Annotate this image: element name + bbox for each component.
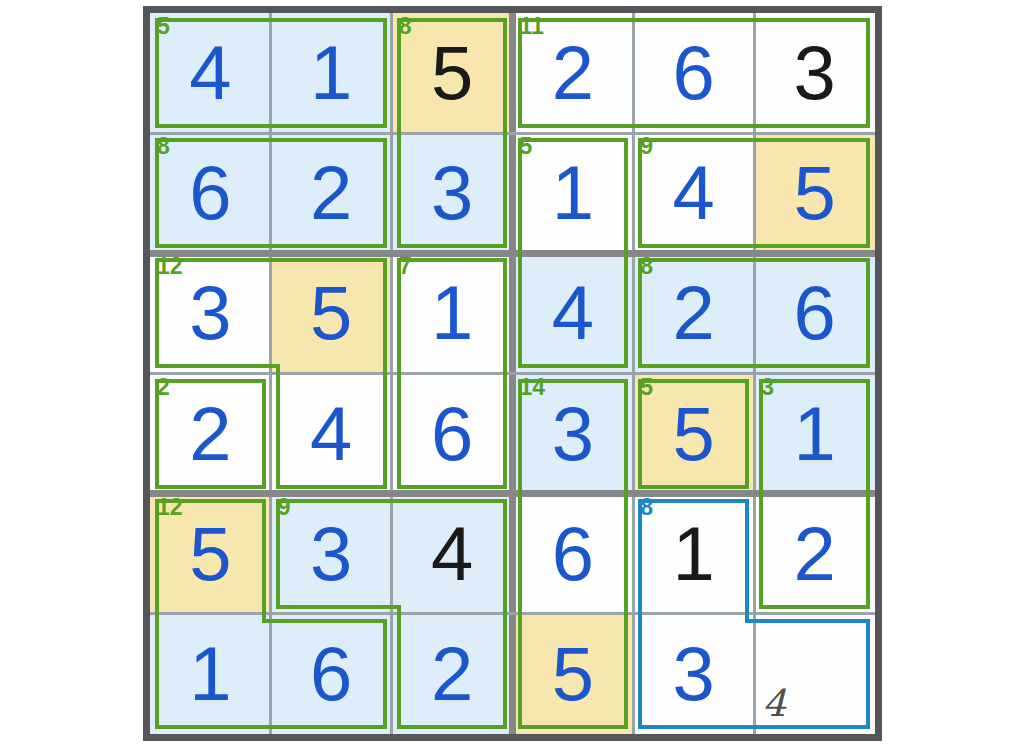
grid-line-horizontal [150,490,875,497]
cell-r2c4[interactable]: 15 [513,133,634,253]
cage-border-segment [624,485,628,623]
cell-r3c3[interactable]: 17 [392,253,513,373]
cage-sum-label: 9 [640,135,653,158]
entered-digit: 5 [271,253,392,373]
cell-r3c6[interactable]: 6 [754,253,875,373]
cell-r3c4[interactable]: 4 [513,253,634,373]
entered-digit: 6 [754,253,875,373]
cage-border-segment [383,18,387,128]
cage-border-segment [638,379,749,383]
cage-border-segment [518,605,522,729]
entered-digit: 2 [392,614,513,734]
cage-border-segment [745,138,870,142]
cage-border-segment [155,364,280,368]
cage-border-segment [397,725,508,729]
cage-border-segment [518,244,522,368]
grid-line-horizontal [150,132,875,135]
cage-border-segment [276,485,387,489]
cell-r6c2[interactable]: 6 [271,614,392,734]
cell-r4c4[interactable]: 314 [513,374,634,494]
cage-border-segment [503,365,507,489]
cage-border-segment [383,619,387,729]
cage-sum-label: 8 [640,496,653,519]
cage-border-segment [638,605,642,729]
cage-sum-label: 11 [520,15,544,38]
cage-border-segment [155,605,159,729]
cage-border-segment [397,605,401,729]
entered-digit: 1 [271,13,392,133]
cage-sum-label: 12 [157,496,183,519]
cage-border-segment [638,499,749,503]
cage-border-segment [503,605,507,729]
cage-border-segment [262,138,387,142]
entered-digit: 5 [754,133,875,253]
cell-r5c3[interactable]: 4 [392,494,513,614]
cage-border-segment [866,485,870,609]
cage-border-segment [397,244,508,248]
cage-border-segment [155,485,266,489]
cell-r1c2[interactable]: 1 [271,13,392,133]
cell-r2c3[interactable]: 3 [392,133,513,253]
entered-digit: 3 [633,614,754,734]
cage-border-segment [624,124,763,128]
entered-digit: 3 [392,133,513,253]
cage-border-segment [759,379,870,383]
cage-sum-label: 14 [520,376,546,399]
cage-border-segment [866,18,870,128]
cage-border-segment [518,364,629,368]
cage-border-segment [624,244,628,368]
cage-border-segment [518,138,629,142]
cage-border-segment [262,499,266,623]
cage-border-segment [624,605,628,729]
cell-r4c3[interactable]: 6 [392,374,513,494]
entered-digit: 4 [513,253,634,373]
cell-r3c5[interactable]: 28 [633,253,754,373]
cell-r4c2[interactable]: 4 [271,374,392,494]
cell-r5c1[interactable]: 512 [150,494,271,614]
cell-r5c5[interactable]: 18 [633,494,754,614]
cell-r2c1[interactable]: 68 [150,133,271,253]
cage-border-segment [383,365,387,489]
cage-border-segment [262,725,387,729]
cell-r4c1[interactable]: 22 [150,374,271,494]
cell-r4c6[interactable]: 13 [754,374,875,494]
cell-r3c2[interactable]: 5 [271,253,392,373]
cage-border-segment [262,379,266,489]
cell-r6c1[interactable]: 1 [150,614,271,734]
cage-border-segment [866,619,870,729]
cell-r5c2[interactable]: 39 [271,494,392,614]
cage-border-segment [745,499,749,623]
cage-border-segment [262,124,387,128]
cage-sum-label: 8 [640,255,653,278]
grid-line-horizontal [150,250,875,257]
cell-r2c2[interactable]: 2 [271,133,392,253]
cell-r5c6[interactable]: 2 [754,494,875,614]
entered-digit: 6 [633,13,754,133]
page: 4515821163682315495312517428622463145513… [0,0,1024,749]
cage-sum-label: 9 [278,496,291,519]
killer-sudoku-board: 4515821163682315495312517428622463145513… [143,6,882,741]
cage-border-segment [503,124,507,248]
cage-border-segment [745,379,749,489]
entered-digit: 1 [150,614,271,734]
cell-r3c1[interactable]: 312 [150,253,271,373]
cage-border-segment [518,725,629,729]
cage-border-segment [262,244,387,248]
cage-border-segment [745,364,870,368]
cell-r1c1[interactable]: 45 [150,13,271,133]
cage-border-segment [276,365,280,489]
entered-digit: 6 [513,494,634,614]
cage-border-segment [276,605,401,609]
cell-r2c6[interactable]: 5 [754,133,875,253]
cell-r4c5[interactable]: 55 [633,374,754,494]
cage-sum-label: 5 [520,135,533,158]
cage-border-segment [759,485,763,609]
cage-sum-label: 3 [761,376,774,399]
cage-border-segment [745,18,870,22]
cell-r1c4[interactable]: 211 [513,13,634,133]
cell-r1c3[interactable]: 58 [392,13,513,133]
cell-r5c4[interactable]: 6 [513,494,634,614]
cage-sum-label: 2 [157,376,170,399]
cell-r1c5[interactable]: 6 [633,13,754,133]
cage-border-segment [518,485,522,623]
entered-digit: 2 [271,133,392,253]
cage-border-segment [262,18,387,22]
cage-sum-label: 8 [399,15,412,38]
cage-border-segment [397,124,401,248]
cell-r6c4[interactable]: 5 [513,614,634,734]
cage-sum-label: 12 [157,255,183,278]
cage-border-segment [397,18,508,22]
given-digit: 4 [392,494,513,614]
entered-digit: 5 [513,614,634,734]
cage-border-segment [397,485,508,489]
cage-sum-label: 8 [157,135,170,158]
cage-border-segment [397,365,401,489]
cage-border-segment [866,258,870,368]
cell-r2c5[interactable]: 49 [633,133,754,253]
cage-border-segment [745,244,870,248]
board-grid: 4515821163682315495312517428622463145513… [150,13,875,734]
entered-digit: 6 [271,614,392,734]
cage-sum-label: 7 [399,255,412,278]
cage-border-segment [155,379,266,383]
cage-border-segment [745,258,870,262]
cell-r6c5[interactable]: 3 [633,614,754,734]
given-digit: 3 [754,13,875,133]
cell-r6c6[interactable]: 4 [754,614,875,734]
cage-border-segment [624,18,763,22]
cage-border-segment [745,619,870,623]
entered-digit: 6 [392,374,513,494]
cage-border-segment [262,258,387,262]
entered-digit: 4 [271,374,392,494]
cage-border-segment [866,138,870,248]
cage-border-segment [383,499,508,503]
cell-r1c6[interactable]: 3 [754,13,875,133]
cage-border-segment [397,258,508,262]
cage-border-segment [745,124,870,128]
grid-line-horizontal [150,612,875,615]
cage-sum-label: 5 [640,376,653,399]
cell-r6c3[interactable]: 2 [392,614,513,734]
cage-border-segment [262,619,387,623]
cage-border-segment [759,605,870,609]
entered-digit: 2 [754,494,875,614]
cage-sum-label: 5 [157,15,170,38]
cage-border-segment [638,485,749,489]
cage-border-segment [745,725,870,729]
cage-border-segment [383,138,387,248]
